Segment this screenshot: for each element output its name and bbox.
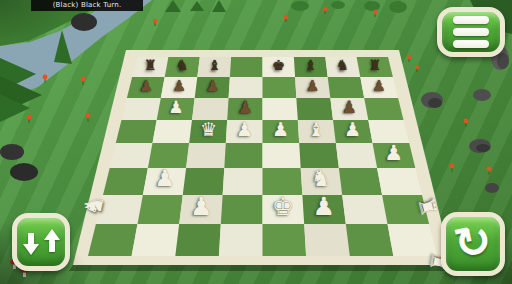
down-arrow-icon <box>23 232 39 257</box>
pieces-layer: ♜♞♝♚♝♞♜♟♟♟♟♟♟♟♟♛♟♟♝♟♟♟♞♟♚♟♞♜♜ <box>0 0 512 284</box>
redo-button[interactable]: ↻ <box>441 212 505 276</box>
game-screen: ♜♞♝♚♝♞♜♟♟♟♟♟♟♟♟♛♟♟♝♟♟♟♞♟♚♟♞♜♜ (Black) Bl… <box>0 0 512 284</box>
up-down-arrows-icon <box>23 230 60 255</box>
white-bishop[interactable]: ♝ <box>308 120 325 139</box>
black-pawn[interactable]: ♟ <box>206 78 219 93</box>
white-pawn[interactable]: ♟ <box>168 98 183 115</box>
white-pawn[interactable]: ♟ <box>236 120 253 139</box>
white-queen[interactable]: ♛ <box>200 120 217 139</box>
white-knight[interactable]: ♞ <box>311 167 332 190</box>
white-pawn[interactable]: ♟ <box>313 194 335 219</box>
white-pawn[interactable]: ♟ <box>384 142 403 163</box>
black-bishop[interactable]: ♝ <box>304 58 317 72</box>
white-pawn[interactable]: ♟ <box>272 120 289 139</box>
black-bishop[interactable]: ♝ <box>208 58 221 72</box>
black-pawn[interactable]: ♟ <box>372 78 385 93</box>
white-pawn[interactable]: ♟ <box>344 120 361 139</box>
black-rook[interactable]: ♜ <box>144 58 157 72</box>
black-king[interactable]: ♚ <box>272 58 285 72</box>
redo-icon: ↻ <box>450 217 495 268</box>
black-pawn[interactable]: ♟ <box>238 98 253 115</box>
hamburger-icon <box>453 14 489 50</box>
black-pawn[interactable]: ♟ <box>172 78 185 93</box>
white-king[interactable]: ♚ <box>272 194 294 219</box>
flip-board-button[interactable] <box>12 213 70 271</box>
white-pawn[interactable]: ♟ <box>190 194 212 219</box>
status-bar: (Black) Black Turn. <box>31 0 143 11</box>
white-pawn[interactable]: ♟ <box>154 167 175 190</box>
white-rook[interactable]: ♜ <box>414 195 440 220</box>
black-pawn[interactable]: ♟ <box>139 78 152 93</box>
turn-indicator-text: (Black) Black Turn. <box>53 1 122 9</box>
black-pawn[interactable]: ♟ <box>306 78 319 93</box>
black-rook[interactable]: ♜ <box>368 58 381 72</box>
up-arrow-icon <box>44 228 60 253</box>
black-knight[interactable]: ♞ <box>336 58 349 72</box>
white-knight[interactable]: ♞ <box>80 192 108 218</box>
black-pawn[interactable]: ♟ <box>341 98 356 115</box>
black-knight[interactable]: ♞ <box>176 58 189 72</box>
menu-button[interactable] <box>437 7 505 57</box>
